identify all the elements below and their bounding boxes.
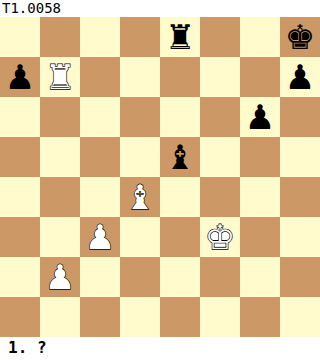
square-f1[interactable] bbox=[200, 297, 240, 337]
square-a6[interactable] bbox=[0, 97, 40, 137]
square-d1[interactable] bbox=[120, 297, 160, 337]
square-h3[interactable] bbox=[280, 217, 320, 257]
square-e2[interactable] bbox=[160, 257, 200, 297]
square-c7[interactable] bbox=[80, 57, 120, 97]
square-d7[interactable] bbox=[120, 57, 160, 97]
square-b5[interactable] bbox=[40, 137, 80, 177]
square-a5[interactable] bbox=[0, 137, 40, 177]
square-e3[interactable] bbox=[160, 217, 200, 257]
square-f7[interactable] bbox=[200, 57, 240, 97]
square-b3[interactable] bbox=[40, 217, 80, 257]
square-b7[interactable]: ♜ bbox=[40, 57, 80, 97]
square-b6[interactable] bbox=[40, 97, 80, 137]
square-h4[interactable] bbox=[280, 177, 320, 217]
square-a4[interactable] bbox=[0, 177, 40, 217]
square-b8[interactable] bbox=[40, 17, 80, 57]
square-d4[interactable]: ♝ bbox=[120, 177, 160, 217]
square-c5[interactable] bbox=[80, 137, 120, 177]
square-a1[interactable] bbox=[0, 297, 40, 337]
square-c2[interactable] bbox=[80, 257, 120, 297]
square-c3[interactable]: ♟ bbox=[80, 217, 120, 257]
chess-board: ♜♚♟♜♟♟♝♝♟♚♟ bbox=[0, 17, 320, 337]
square-d8[interactable] bbox=[120, 17, 160, 57]
black-bishop-e5[interactable]: ♝ bbox=[165, 137, 195, 177]
square-e5[interactable]: ♝ bbox=[160, 137, 200, 177]
square-f5[interactable] bbox=[200, 137, 240, 177]
square-a8[interactable] bbox=[0, 17, 40, 57]
square-f6[interactable] bbox=[200, 97, 240, 137]
white-pawn-c3[interactable]: ♟ bbox=[85, 217, 115, 257]
square-d5[interactable] bbox=[120, 137, 160, 177]
square-f8[interactable] bbox=[200, 17, 240, 57]
black-pawn-g6[interactable]: ♟ bbox=[245, 97, 275, 137]
square-e4[interactable] bbox=[160, 177, 200, 217]
square-g2[interactable] bbox=[240, 257, 280, 297]
square-d3[interactable] bbox=[120, 217, 160, 257]
square-g3[interactable] bbox=[240, 217, 280, 257]
square-h5[interactable] bbox=[280, 137, 320, 177]
square-c4[interactable] bbox=[80, 177, 120, 217]
square-f3[interactable]: ♚ bbox=[200, 217, 240, 257]
square-b2[interactable]: ♟ bbox=[40, 257, 80, 297]
white-bishop-d4[interactable]: ♝ bbox=[125, 177, 155, 217]
square-g6[interactable]: ♟ bbox=[240, 97, 280, 137]
move-prompt: 1. ? bbox=[0, 337, 320, 360]
square-f2[interactable] bbox=[200, 257, 240, 297]
puzzle-title: T1.0058 bbox=[0, 0, 320, 17]
square-h8[interactable]: ♚ bbox=[280, 17, 320, 57]
square-e6[interactable] bbox=[160, 97, 200, 137]
white-pawn-b2[interactable]: ♟ bbox=[45, 257, 75, 297]
black-pawn-h7[interactable]: ♟ bbox=[285, 57, 315, 97]
square-g1[interactable] bbox=[240, 297, 280, 337]
square-c6[interactable] bbox=[80, 97, 120, 137]
square-c8[interactable] bbox=[80, 17, 120, 57]
square-f4[interactable] bbox=[200, 177, 240, 217]
white-king-f3[interactable]: ♚ bbox=[205, 217, 235, 257]
square-g7[interactable] bbox=[240, 57, 280, 97]
square-h2[interactable] bbox=[280, 257, 320, 297]
square-g5[interactable] bbox=[240, 137, 280, 177]
square-d2[interactable] bbox=[120, 257, 160, 297]
black-pawn-a7[interactable]: ♟ bbox=[5, 57, 35, 97]
square-a2[interactable] bbox=[0, 257, 40, 297]
square-b4[interactable] bbox=[40, 177, 80, 217]
square-h1[interactable] bbox=[280, 297, 320, 337]
square-a7[interactable]: ♟ bbox=[0, 57, 40, 97]
square-e7[interactable] bbox=[160, 57, 200, 97]
square-g8[interactable] bbox=[240, 17, 280, 57]
black-king-h8[interactable]: ♚ bbox=[285, 17, 315, 57]
square-d6[interactable] bbox=[120, 97, 160, 137]
square-h6[interactable] bbox=[280, 97, 320, 137]
white-rook-b7[interactable]: ♜ bbox=[45, 57, 75, 97]
square-b1[interactable] bbox=[40, 297, 80, 337]
square-h7[interactable]: ♟ bbox=[280, 57, 320, 97]
square-e1[interactable] bbox=[160, 297, 200, 337]
square-c1[interactable] bbox=[80, 297, 120, 337]
square-e8[interactable]: ♜ bbox=[160, 17, 200, 57]
black-rook-e8[interactable]: ♜ bbox=[165, 17, 195, 57]
square-g4[interactable] bbox=[240, 177, 280, 217]
square-a3[interactable] bbox=[0, 217, 40, 257]
